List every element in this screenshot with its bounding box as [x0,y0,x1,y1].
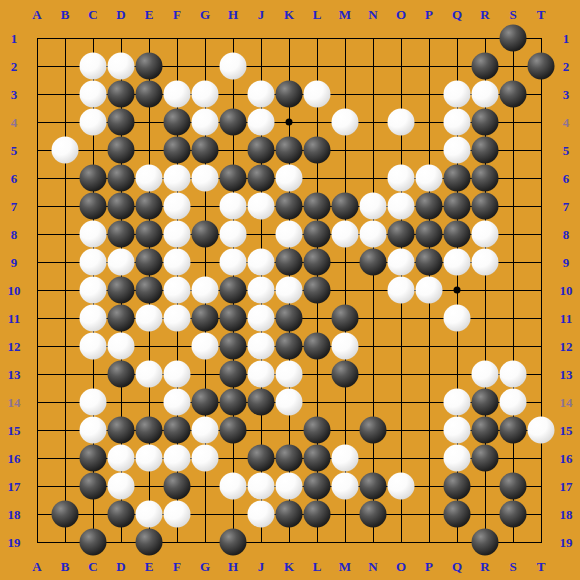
black-stone-K9[interactable] [276,249,303,276]
white-stone-P10[interactable] [416,277,443,304]
black-stone-C16[interactable] [80,445,107,472]
black-stone-H12[interactable] [220,333,247,360]
white-stone-O6[interactable] [388,165,415,192]
white-stone-F10[interactable] [164,277,191,304]
white-stone-D9[interactable] [108,249,135,276]
black-stone-J14[interactable] [248,389,275,416]
white-stone-N7[interactable] [360,193,387,220]
hoshi-point [286,119,293,126]
row-label-right: 6 [563,172,570,185]
white-stone-H17[interactable] [220,473,247,500]
column-label-bottom: K [284,560,294,573]
white-stone-G3[interactable] [192,81,219,108]
white-stone-F7[interactable] [164,193,191,220]
black-stone-G11[interactable] [192,305,219,332]
white-stone-R9[interactable] [472,249,499,276]
white-stone-M16[interactable] [332,445,359,472]
white-stone-F16[interactable] [164,445,191,472]
row-label-right: 9 [563,256,570,269]
black-stone-K12[interactable] [276,333,303,360]
white-stone-J9[interactable] [248,249,275,276]
white-stone-O9[interactable] [388,249,415,276]
go-board-screen: AABBCCDDEEFFGGHHJJKKLLMMNNOOPPQQRRSSTT11… [0,0,580,580]
black-stone-C19[interactable] [80,529,107,556]
white-stone-G10[interactable] [192,277,219,304]
white-stone-L3[interactable] [304,81,331,108]
row-label-left: 16 [8,452,21,465]
white-stone-K8[interactable] [276,221,303,248]
black-stone-B18[interactable] [52,501,79,528]
black-stone-R15[interactable] [472,417,499,444]
white-stone-K14[interactable] [276,389,303,416]
white-stone-F18[interactable] [164,501,191,528]
row-label-right: 13 [560,368,573,381]
row-label-left: 10 [8,284,21,297]
white-stone-C3[interactable] [80,81,107,108]
white-stone-K13[interactable] [276,361,303,388]
black-stone-C6[interactable] [80,165,107,192]
column-label-top: R [480,8,489,21]
column-label-bottom: O [396,560,406,573]
black-stone-Q6[interactable] [444,165,471,192]
row-label-right: 18 [560,508,573,521]
white-stone-H7[interactable] [220,193,247,220]
white-stone-D17[interactable] [108,473,135,500]
black-stone-R5[interactable] [472,137,499,164]
black-stone-D4[interactable] [108,109,135,136]
black-stone-K3[interactable] [276,81,303,108]
black-stone-K11[interactable] [276,305,303,332]
black-stone-E3[interactable] [136,81,163,108]
row-label-left: 11 [8,312,20,325]
white-stone-D16[interactable] [108,445,135,472]
black-stone-G14[interactable] [192,389,219,416]
black-stone-K7[interactable] [276,193,303,220]
white-stone-J18[interactable] [248,501,275,528]
column-label-bottom: C [88,560,97,573]
column-label-bottom: T [537,560,546,573]
black-stone-E8[interactable] [136,221,163,248]
black-stone-N17[interactable] [360,473,387,500]
white-stone-Q3[interactable] [444,81,471,108]
row-label-left: 8 [11,228,18,241]
column-label-top: S [509,8,516,21]
row-label-right: 10 [560,284,573,297]
column-label-bottom: G [200,560,210,573]
white-stone-G6[interactable] [192,165,219,192]
black-stone-E2[interactable] [136,53,163,80]
column-label-bottom: B [61,560,70,573]
black-stone-E7[interactable] [136,193,163,220]
row-label-right: 15 [560,424,573,437]
white-stone-J10[interactable] [248,277,275,304]
white-stone-O10[interactable] [388,277,415,304]
white-stone-E18[interactable] [136,501,163,528]
row-label-right: 7 [563,200,570,213]
black-stone-T2[interactable] [528,53,555,80]
white-stone-P6[interactable] [416,165,443,192]
row-label-right: 16 [560,452,573,465]
black-stone-S18[interactable] [500,501,527,528]
white-stone-C10[interactable] [80,277,107,304]
row-label-left: 15 [8,424,21,437]
row-label-right: 3 [563,88,570,101]
white-stone-F8[interactable] [164,221,191,248]
white-stone-C14[interactable] [80,389,107,416]
black-stone-H15[interactable] [220,417,247,444]
black-stone-F4[interactable] [164,109,191,136]
black-stone-D7[interactable] [108,193,135,220]
black-stone-L7[interactable] [304,193,331,220]
black-stone-D11[interactable] [108,305,135,332]
white-stone-F14[interactable] [164,389,191,416]
row-label-right: 5 [563,144,570,157]
black-stone-H4[interactable] [220,109,247,136]
column-label-bottom: Q [452,560,462,573]
column-label-bottom: N [368,560,377,573]
black-stone-K18[interactable] [276,501,303,528]
column-label-top: H [228,8,238,21]
row-label-right: 14 [560,396,573,409]
white-stone-F3[interactable] [164,81,191,108]
black-stone-L9[interactable] [304,249,331,276]
black-stone-P9[interactable] [416,249,443,276]
row-label-right: 4 [563,116,570,129]
row-label-left: 7 [11,200,18,213]
white-stone-Q9[interactable] [444,249,471,276]
column-label-bottom: A [32,560,41,573]
white-stone-D2[interactable] [108,53,135,80]
black-stone-F15[interactable] [164,417,191,444]
black-stone-L17[interactable] [304,473,331,500]
column-label-top: P [425,8,433,21]
column-label-top: E [145,8,154,21]
column-label-bottom: P [425,560,433,573]
black-stone-N18[interactable] [360,501,387,528]
black-stone-G8[interactable] [192,221,219,248]
white-stone-E13[interactable] [136,361,163,388]
black-stone-H13[interactable] [220,361,247,388]
black-stone-Q18[interactable] [444,501,471,528]
black-stone-Q17[interactable] [444,473,471,500]
black-stone-R16[interactable] [472,445,499,472]
row-label-right: 2 [563,60,570,73]
white-stone-J3[interactable] [248,81,275,108]
white-stone-Q11[interactable] [444,305,471,332]
black-stone-E15[interactable] [136,417,163,444]
column-label-top: G [200,8,210,21]
black-stone-J16[interactable] [248,445,275,472]
black-stone-L8[interactable] [304,221,331,248]
white-stone-H8[interactable] [220,221,247,248]
white-stone-J13[interactable] [248,361,275,388]
black-stone-D15[interactable] [108,417,135,444]
row-label-left: 12 [8,340,21,353]
column-label-top: F [173,8,181,21]
black-stone-C17[interactable] [80,473,107,500]
column-label-top: A [32,8,41,21]
column-label-top: B [61,8,70,21]
row-label-left: 18 [8,508,21,521]
white-stone-Q15[interactable] [444,417,471,444]
black-stone-S15[interactable] [500,417,527,444]
column-label-top: T [537,8,546,21]
white-stone-H2[interactable] [220,53,247,80]
white-stone-R13[interactable] [472,361,499,388]
row-label-left: 9 [11,256,18,269]
black-stone-M13[interactable] [332,361,359,388]
white-stone-F9[interactable] [164,249,191,276]
column-label-bottom: M [339,560,351,573]
column-label-bottom: E [145,560,154,573]
white-stone-Q5[interactable] [444,137,471,164]
column-label-bottom: S [509,560,516,573]
row-label-left: 13 [8,368,21,381]
row-label-left: 5 [11,144,18,157]
black-stone-E9[interactable] [136,249,163,276]
column-label-top: C [88,8,97,21]
white-stone-G12[interactable] [192,333,219,360]
black-stone-R6[interactable] [472,165,499,192]
black-stone-D5[interactable] [108,137,135,164]
white-stone-C8[interactable] [80,221,107,248]
white-stone-R8[interactable] [472,221,499,248]
black-stone-L10[interactable] [304,277,331,304]
column-label-top: Q [452,8,462,21]
black-stone-F5[interactable] [164,137,191,164]
white-stone-E11[interactable] [136,305,163,332]
white-stone-S13[interactable] [500,361,527,388]
black-stone-K16[interactable] [276,445,303,472]
black-stone-P8[interactable] [416,221,443,248]
black-stone-H6[interactable] [220,165,247,192]
row-label-right: 11 [560,312,572,325]
white-stone-T15[interactable] [528,417,555,444]
black-stone-H10[interactable] [220,277,247,304]
black-stone-M7[interactable] [332,193,359,220]
row-label-left: 19 [8,536,21,549]
white-stone-C12[interactable] [80,333,107,360]
black-stone-R4[interactable] [472,109,499,136]
white-stone-K17[interactable] [276,473,303,500]
black-stone-S17[interactable] [500,473,527,500]
black-stone-N9[interactable] [360,249,387,276]
black-stone-O8[interactable] [388,221,415,248]
white-stone-F13[interactable] [164,361,191,388]
column-label-bottom: R [480,560,489,573]
white-stone-J12[interactable] [248,333,275,360]
column-label-top: O [396,8,406,21]
white-stone-C2[interactable] [80,53,107,80]
white-stone-K6[interactable] [276,165,303,192]
white-stone-F6[interactable] [164,165,191,192]
white-stone-J11[interactable] [248,305,275,332]
black-stone-D18[interactable] [108,501,135,528]
black-stone-H11[interactable] [220,305,247,332]
white-stone-O17[interactable] [388,473,415,500]
black-stone-M11[interactable] [332,305,359,332]
black-stone-R19[interactable] [472,529,499,556]
black-stone-D13[interactable] [108,361,135,388]
white-stone-O4[interactable] [388,109,415,136]
black-stone-D10[interactable] [108,277,135,304]
white-stone-S14[interactable] [500,389,527,416]
black-stone-L5[interactable] [304,137,331,164]
white-stone-M8[interactable] [332,221,359,248]
row-label-right: 8 [563,228,570,241]
column-label-top: D [116,8,125,21]
column-label-top: J [258,8,265,21]
column-label-top: K [284,8,294,21]
white-stone-M12[interactable] [332,333,359,360]
black-stone-D6[interactable] [108,165,135,192]
column-label-bottom: L [313,560,322,573]
white-stone-C15[interactable] [80,417,107,444]
white-stone-G4[interactable] [192,109,219,136]
hoshi-point [454,287,461,294]
white-stone-J4[interactable] [248,109,275,136]
white-stone-H9[interactable] [220,249,247,276]
white-stone-M4[interactable] [332,109,359,136]
column-label-bottom: J [258,560,265,573]
white-stone-J17[interactable] [248,473,275,500]
black-stone-J5[interactable] [248,137,275,164]
column-label-bottom: H [228,560,238,573]
white-stone-D12[interactable] [108,333,135,360]
black-stone-Q7[interactable] [444,193,471,220]
row-label-left: 6 [11,172,18,185]
black-stone-L18[interactable] [304,501,331,528]
row-label-left: 3 [11,88,18,101]
black-stone-D3[interactable] [108,81,135,108]
black-stone-E19[interactable] [136,529,163,556]
black-stone-J6[interactable] [248,165,275,192]
white-stone-Q16[interactable] [444,445,471,472]
row-label-left: 17 [8,480,21,493]
black-stone-L12[interactable] [304,333,331,360]
white-stone-B5[interactable] [52,137,79,164]
black-stone-H14[interactable] [220,389,247,416]
white-stone-J7[interactable] [248,193,275,220]
black-stone-K5[interactable] [276,137,303,164]
row-label-left: 4 [11,116,18,129]
white-stone-M17[interactable] [332,473,359,500]
white-stone-E16[interactable] [136,445,163,472]
row-label-left: 1 [11,32,18,45]
column-label-top: N [368,8,377,21]
row-label-right: 19 [560,536,573,549]
row-label-right: 17 [560,480,573,493]
column-label-bottom: F [173,560,181,573]
row-label-right: 12 [560,340,573,353]
black-stone-R2[interactable] [472,53,499,80]
white-stone-K10[interactable] [276,277,303,304]
black-stone-Q8[interactable] [444,221,471,248]
black-stone-G5[interactable] [192,137,219,164]
white-stone-C4[interactable] [80,109,107,136]
white-stone-Q14[interactable] [444,389,471,416]
white-stone-O7[interactable] [388,193,415,220]
white-stone-G15[interactable] [192,417,219,444]
white-stone-G16[interactable] [192,445,219,472]
black-stone-R14[interactable] [472,389,499,416]
row-label-right: 1 [563,32,570,45]
white-stone-N8[interactable] [360,221,387,248]
black-stone-P7[interactable] [416,193,443,220]
black-stone-N15[interactable] [360,417,387,444]
white-stone-C9[interactable] [80,249,107,276]
row-label-left: 14 [8,396,21,409]
black-stone-S3[interactable] [500,81,527,108]
black-stone-F17[interactable] [164,473,191,500]
white-stone-Q4[interactable] [444,109,471,136]
column-label-top: L [313,8,322,21]
black-stone-E10[interactable] [136,277,163,304]
white-stone-R3[interactable] [472,81,499,108]
black-stone-R7[interactable] [472,193,499,220]
black-stone-S1[interactable] [500,25,527,52]
column-label-bottom: D [116,560,125,573]
white-stone-E6[interactable] [136,165,163,192]
black-stone-D8[interactable] [108,221,135,248]
black-stone-C7[interactable] [80,193,107,220]
black-stone-L15[interactable] [304,417,331,444]
column-label-top: M [339,8,351,21]
black-stone-H19[interactable] [220,529,247,556]
white-stone-C11[interactable] [80,305,107,332]
row-label-left: 2 [11,60,18,73]
white-stone-F11[interactable] [164,305,191,332]
black-stone-L16[interactable] [304,445,331,472]
